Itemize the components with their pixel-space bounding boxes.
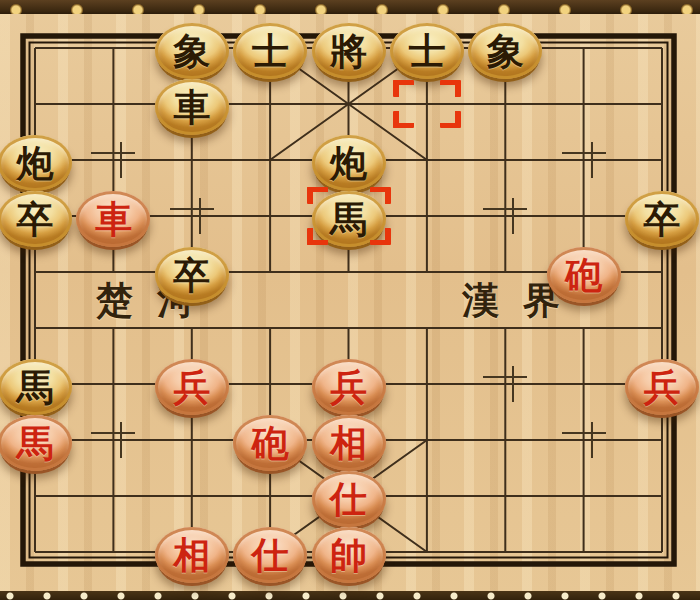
- piece-red-soldier[interactable]: 兵: [312, 359, 386, 415]
- piece-black-advisor[interactable]: 士: [233, 23, 307, 79]
- piece-red-soldier[interactable]: 兵: [155, 359, 229, 415]
- piece-red-advisor[interactable]: 仕: [233, 527, 307, 583]
- piece-black-cannon[interactable]: 炮: [312, 135, 386, 191]
- piece-black-advisor[interactable]: 士: [390, 23, 464, 79]
- piece-black-horse[interactable]: 馬: [312, 191, 386, 247]
- piece-red-elephant[interactable]: 相: [155, 527, 229, 583]
- piece-black-elephant[interactable]: 象: [468, 23, 542, 79]
- piece-red-general[interactable]: 帥: [312, 527, 386, 583]
- piece-black-soldier[interactable]: 卒: [625, 191, 699, 247]
- piece-black-cannon[interactable]: 炮: [0, 135, 72, 191]
- piece-black-horse[interactable]: 馬: [0, 359, 72, 415]
- piece-red-cannon[interactable]: 砲: [547, 247, 621, 303]
- piece-red-elephant[interactable]: 相: [312, 415, 386, 471]
- board[interactable]: 楚河 漢界 象士將士象車炮炮卒馬卒卒馬車砲兵兵兵馬砲相仕相仕帥: [0, 0, 700, 600]
- piece-black-chariot[interactable]: 車: [155, 79, 229, 135]
- piece-red-cannon[interactable]: 砲: [233, 415, 307, 471]
- piece-red-soldier[interactable]: 兵: [625, 359, 699, 415]
- piece-black-elephant[interactable]: 象: [155, 23, 229, 79]
- piece-red-advisor[interactable]: 仕: [312, 471, 386, 527]
- piece-black-soldier[interactable]: 卒: [155, 247, 229, 303]
- xiangqi-app: { "game": "xiangqi", "position": { "fen"…: [0, 0, 700, 600]
- piece-red-chariot[interactable]: 車: [76, 191, 150, 247]
- piece-black-soldier[interactable]: 卒: [0, 191, 72, 247]
- piece-black-general[interactable]: 將: [312, 23, 386, 79]
- piece-red-horse[interactable]: 馬: [0, 415, 72, 471]
